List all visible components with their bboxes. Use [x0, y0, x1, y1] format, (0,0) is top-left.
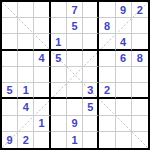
cell-r4c2[interactable]	[18, 51, 34, 67]
cell-r6c3[interactable]	[34, 83, 50, 99]
cell-r3c8[interactable]: 4	[116, 34, 132, 50]
cell-r5c6[interactable]	[83, 67, 99, 83]
cell-r8c1[interactable]	[2, 116, 18, 132]
cell-r5c7[interactable]	[99, 67, 115, 83]
cell-r3c6[interactable]	[83, 34, 99, 50]
cell-r3c3[interactable]	[34, 34, 50, 50]
cell-r9c8[interactable]	[116, 132, 132, 148]
cell-r5c8[interactable]	[116, 67, 132, 83]
cell-r6c2[interactable]: 1	[18, 83, 34, 99]
cell-r3c5[interactable]	[67, 34, 83, 50]
cell-r4c8[interactable]: 6	[116, 51, 132, 67]
cell-r1c6[interactable]	[83, 2, 99, 18]
cell-r1c9[interactable]: 2	[132, 2, 148, 18]
cell-r1c7[interactable]	[99, 2, 115, 18]
cell-r9c4[interactable]	[51, 132, 67, 148]
cell-r3c2[interactable]	[18, 34, 34, 50]
cell-r8c9[interactable]	[132, 116, 148, 132]
cell-r6c6[interactable]: 3	[83, 83, 99, 99]
cell-r2c7[interactable]: 8	[99, 18, 115, 34]
cell-r7c4[interactable]	[51, 99, 67, 115]
cell-r6c1[interactable]: 5	[2, 83, 18, 99]
cell-r3c4[interactable]: 1	[51, 34, 67, 50]
cell-r8c7[interactable]	[99, 116, 115, 132]
cell-r4c6[interactable]	[83, 51, 99, 67]
cell-r2c5[interactable]: 5	[67, 18, 83, 34]
cell-r2c6[interactable]	[83, 18, 99, 34]
cell-r2c2[interactable]	[18, 18, 34, 34]
cell-r4c5[interactable]	[67, 51, 83, 67]
cell-r8c5[interactable]: 9	[67, 116, 83, 132]
cell-r4c7[interactable]	[99, 51, 115, 67]
cell-r5c4[interactable]	[51, 67, 67, 83]
cell-r9c9[interactable]	[132, 132, 148, 148]
cell-r5c3[interactable]	[34, 67, 50, 83]
cell-r7c8[interactable]	[116, 99, 132, 115]
cell-r4c3[interactable]: 4	[34, 51, 50, 67]
cell-r5c9[interactable]	[132, 67, 148, 83]
cell-r9c1[interactable]: 9	[2, 132, 18, 148]
cell-r7c7[interactable]	[99, 99, 115, 115]
cell-r2c9[interactable]	[132, 18, 148, 34]
sudoku-board: 7925814456851324519921	[0, 0, 150, 150]
cell-r1c3[interactable]	[34, 2, 50, 18]
cell-r7c5[interactable]	[67, 99, 83, 115]
cell-r7c6[interactable]: 5	[83, 99, 99, 115]
cell-r7c2[interactable]: 4	[18, 99, 34, 115]
cell-r1c8[interactable]: 9	[116, 2, 132, 18]
cell-r2c4[interactable]	[51, 18, 67, 34]
cell-r9c7[interactable]	[99, 132, 115, 148]
cell-r7c9[interactable]	[132, 99, 148, 115]
cell-r9c3[interactable]	[34, 132, 50, 148]
cell-r6c7[interactable]: 2	[99, 83, 115, 99]
cell-r6c8[interactable]	[116, 83, 132, 99]
cell-r1c5[interactable]: 7	[67, 2, 83, 18]
cell-r1c2[interactable]	[18, 2, 34, 18]
cell-r9c6[interactable]	[83, 132, 99, 148]
cell-r9c5[interactable]: 1	[67, 132, 83, 148]
cell-r3c9[interactable]	[132, 34, 148, 50]
cell-r6c4[interactable]	[51, 83, 67, 99]
cell-r4c9[interactable]: 8	[132, 51, 148, 67]
cell-r2c8[interactable]	[116, 18, 132, 34]
cell-r2c1[interactable]	[2, 18, 18, 34]
cell-r9c2[interactable]: 2	[18, 132, 34, 148]
cell-r1c1[interactable]	[2, 2, 18, 18]
cell-r5c1[interactable]	[2, 67, 18, 83]
cell-r7c3[interactable]	[34, 99, 50, 115]
cell-r8c4[interactable]	[51, 116, 67, 132]
cell-r7c1[interactable]	[2, 99, 18, 115]
cell-r8c8[interactable]	[116, 116, 132, 132]
cell-r6c9[interactable]	[132, 83, 148, 99]
cell-r4c4[interactable]: 5	[51, 51, 67, 67]
cell-r8c6[interactable]	[83, 116, 99, 132]
cell-r8c3[interactable]: 1	[34, 116, 50, 132]
cell-r6c5[interactable]	[67, 83, 83, 99]
cell-r2c3[interactable]	[34, 18, 50, 34]
cell-r1c4[interactable]	[51, 2, 67, 18]
cell-r5c5[interactable]	[67, 67, 83, 83]
cell-r8c2[interactable]	[18, 116, 34, 132]
cell-r3c7[interactable]	[99, 34, 115, 50]
cell-r5c2[interactable]	[18, 67, 34, 83]
cell-r4c1[interactable]	[2, 51, 18, 67]
cell-r3c1[interactable]	[2, 34, 18, 50]
